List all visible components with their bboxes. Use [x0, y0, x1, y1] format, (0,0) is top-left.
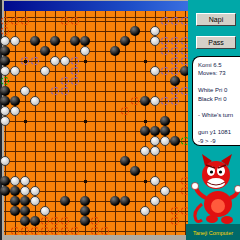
info-line: Black Pri 0 [198, 95, 239, 103]
info-line [198, 103, 239, 111]
purple-territory-mark [171, 47, 179, 55]
star-point [24, 120, 27, 123]
black-stone [120, 36, 130, 46]
white-stone [150, 136, 160, 146]
red-territory-mark [61, 17, 69, 25]
red-territory-mark [21, 227, 29, 235]
black-stone [20, 206, 30, 216]
black-stone [20, 216, 30, 226]
info-line: - White's turn [198, 111, 239, 119]
title-bar[interactable] [4, 1, 188, 11]
red-territory-mark [101, 227, 109, 235]
white-stone [0, 66, 10, 76]
black-stone [150, 126, 160, 136]
black-stone [10, 206, 20, 216]
black-stone [0, 186, 10, 196]
black-stone [80, 196, 90, 206]
black-stone [0, 56, 10, 66]
white-stone [80, 46, 90, 56]
black-stone [120, 196, 130, 206]
black-stone [40, 46, 50, 56]
pass-button[interactable]: Pass [196, 36, 236, 49]
purple-territory-mark [161, 67, 169, 75]
purple-territory-mark [171, 87, 179, 95]
black-stone [0, 176, 10, 186]
board-window [0, 0, 188, 240]
black-stone [80, 36, 90, 46]
black-stone [160, 126, 170, 136]
black-stone [80, 206, 90, 216]
black-stone [130, 26, 140, 36]
red-territory-mark [61, 217, 69, 225]
red-territory-mark [11, 227, 19, 235]
white-stone [50, 56, 60, 66]
black-stone [160, 116, 170, 126]
purple-territory-mark [171, 17, 179, 25]
white-stone [20, 186, 30, 196]
purple-territory-mark [21, 57, 29, 65]
devil-tail [195, 204, 202, 222]
red-territory-mark [91, 217, 99, 225]
purple-territory-mark [61, 87, 69, 95]
purple-territory-mark [171, 57, 179, 65]
red-territory-mark [171, 207, 179, 215]
white-stone [0, 116, 10, 126]
red-territory-mark [1, 17, 9, 25]
white-stone [30, 96, 40, 106]
white-stone [0, 106, 10, 116]
red-territory-mark [131, 97, 139, 105]
red-territory-mark [41, 227, 49, 235]
white-stone [150, 146, 160, 156]
window-bottom-border [4, 235, 188, 240]
purple-territory-mark [71, 67, 79, 75]
purple-territory-mark [51, 87, 59, 95]
credit-bar: Taneji Computer [186, 224, 240, 240]
info-line: White Pri 0 [198, 86, 239, 94]
black-stone [170, 76, 180, 86]
black-stone [20, 196, 30, 206]
black-stone [140, 96, 150, 106]
black-stone [30, 36, 40, 46]
info-line [198, 120, 239, 128]
info-line: Komi 6.5 [198, 61, 239, 69]
black-stone [60, 196, 70, 206]
red-territory-mark [71, 17, 79, 25]
red-territory-mark [41, 217, 49, 225]
info-line [198, 78, 239, 86]
purple-territory-mark [71, 77, 79, 85]
black-stone [130, 166, 140, 176]
black-stone [170, 136, 180, 146]
star-point [84, 120, 87, 123]
white-stone [140, 206, 150, 216]
red-territory-mark [91, 227, 99, 235]
black-stone [10, 186, 20, 196]
black-stone [140, 126, 150, 136]
app-window: Napi Pass Komi 6.5Moves: 73 White Pri 0B… [0, 0, 240, 240]
white-stone [10, 106, 20, 116]
white-stone [140, 146, 150, 156]
red-territory-mark [61, 227, 69, 235]
white-stone [160, 186, 170, 196]
white-stone [10, 66, 20, 76]
black-stone [0, 96, 10, 106]
red-territory-mark [71, 227, 79, 235]
control-panel: Napi Pass Komi 6.5Moves: 73 White Pri 0B… [188, 0, 240, 240]
white-stone [0, 156, 10, 166]
white-stone [20, 86, 30, 96]
black-stone [70, 36, 80, 46]
white-stone [0, 36, 10, 46]
white-stone [20, 176, 30, 186]
black-stone [0, 86, 10, 96]
info-line: -9 > -9 [198, 137, 239, 145]
purple-territory-mark [161, 47, 169, 55]
black-stone [50, 36, 60, 46]
black-stone [10, 96, 20, 106]
game-info-box: Komi 6.5Moves: 73 White Pri 0Black Pri 0… [192, 56, 240, 146]
red-territory-mark [121, 107, 129, 115]
red-territory-mark [31, 227, 39, 235]
white-stone [60, 56, 70, 66]
white-stone [10, 176, 20, 186]
purple-territory-mark [61, 77, 69, 85]
purple-territory-mark [161, 17, 169, 25]
star-point [84, 180, 87, 183]
purple-territory-mark [171, 37, 179, 45]
purple-territory-mark [171, 97, 179, 105]
red-territory-mark [1, 27, 9, 35]
white-stone [150, 26, 160, 36]
white-stone [150, 196, 160, 206]
black-stone [30, 216, 40, 226]
black-stone [0, 46, 10, 56]
napi-button[interactable]: Napi [196, 13, 236, 26]
star-point [84, 60, 87, 63]
purple-territory-mark [31, 57, 39, 65]
white-stone [160, 136, 170, 146]
purple-territory-mark [161, 97, 169, 105]
black-stone [10, 196, 20, 206]
black-stone [120, 156, 130, 166]
info-line: gun y1 1081 [198, 128, 239, 136]
white-stone [10, 36, 20, 46]
green-territory-mark [1, 77, 9, 85]
go-board[interactable] [4, 11, 188, 235]
white-stone [30, 186, 40, 196]
white-stone [150, 66, 160, 76]
purple-territory-mark [171, 67, 179, 75]
white-stone [40, 206, 50, 216]
white-stone [30, 196, 40, 206]
star-point [144, 60, 147, 63]
white-stone [150, 36, 160, 46]
credit-text: Taneji Computer [186, 230, 240, 236]
white-stone [150, 96, 160, 106]
info-line: Moves: 73 [198, 69, 239, 77]
mascot-devil-icon [190, 146, 240, 226]
black-stone [110, 196, 120, 206]
white-stone [150, 176, 160, 186]
red-territory-mark [11, 17, 19, 25]
star-point [144, 120, 147, 123]
black-stone [110, 46, 120, 56]
black-stone [80, 216, 90, 226]
red-territory-mark [171, 217, 179, 225]
purple-territory-mark [161, 37, 169, 45]
star-point [144, 180, 147, 183]
red-territory-mark [51, 217, 59, 225]
red-territory-mark [21, 17, 29, 25]
white-stone [40, 66, 50, 76]
red-territory-mark [51, 227, 59, 235]
purple-territory-mark [71, 57, 79, 65]
